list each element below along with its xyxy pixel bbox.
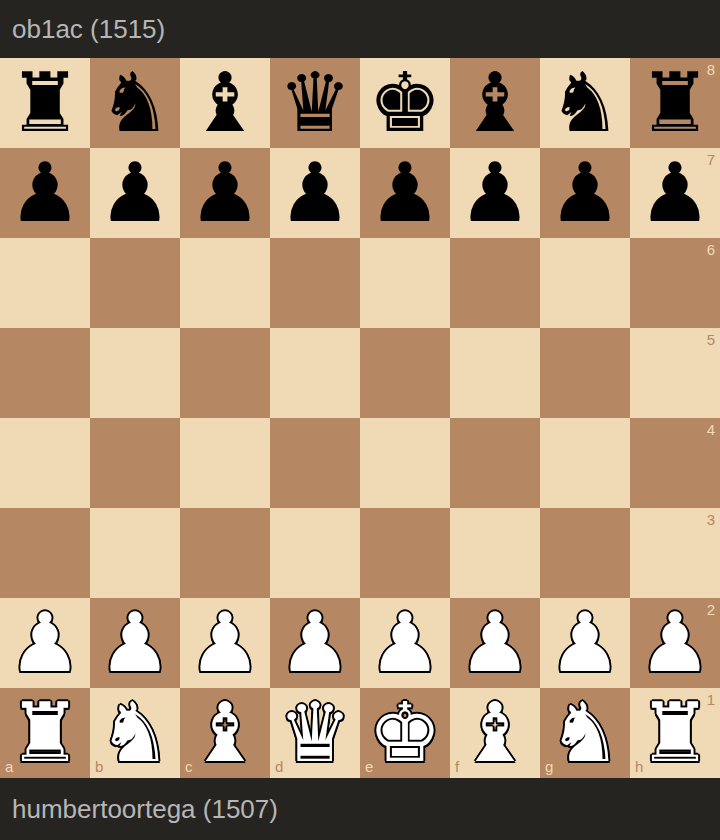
square-h2[interactable]: ♟2 (630, 598, 720, 688)
white-rook-h1[interactable]: ♜ (630, 688, 720, 778)
square-b7[interactable]: ♟ (90, 148, 180, 238)
square-c5[interactable] (180, 328, 270, 418)
square-e8[interactable]: ♚ (360, 58, 450, 148)
player-top-label[interactable]: ob1ac (1515) (12, 14, 165, 45)
square-c2[interactable]: ♟ (180, 598, 270, 688)
black-pawn-g7[interactable]: ♟ (540, 148, 630, 238)
square-f3[interactable] (450, 508, 540, 598)
square-f1[interactable]: ♝f (450, 688, 540, 778)
square-e5[interactable] (360, 328, 450, 418)
square-h6[interactable]: 6 (630, 238, 720, 328)
coord-rank-5: 5 (707, 332, 715, 347)
black-knight-g8[interactable]: ♞ (540, 58, 630, 148)
square-e4[interactable] (360, 418, 450, 508)
square-f4[interactable] (450, 418, 540, 508)
square-g1[interactable]: ♞g (540, 688, 630, 778)
square-g8[interactable]: ♞ (540, 58, 630, 148)
square-h5[interactable]: 5 (630, 328, 720, 418)
black-pawn-h7[interactable]: ♟ (630, 148, 720, 238)
black-pawn-e7[interactable]: ♟ (360, 148, 450, 238)
square-d7[interactable]: ♟ (270, 148, 360, 238)
square-d3[interactable] (270, 508, 360, 598)
black-queen-d8[interactable]: ♛ (270, 58, 360, 148)
square-c4[interactable] (180, 418, 270, 508)
square-f6[interactable] (450, 238, 540, 328)
square-a5[interactable] (0, 328, 90, 418)
square-b4[interactable] (90, 418, 180, 508)
white-pawn-d2[interactable]: ♟ (270, 598, 360, 688)
square-a1[interactable]: ♜a (0, 688, 90, 778)
coord-rank-4: 4 (707, 422, 715, 437)
player-bottom-bar: humbertoortega (1507) (0, 778, 720, 840)
white-pawn-a2[interactable]: ♟ (0, 598, 90, 688)
square-c8[interactable]: ♝ (180, 58, 270, 148)
coord-rank-3: 3 (707, 512, 715, 527)
white-queen-d1[interactable]: ♛ (270, 688, 360, 778)
square-d8[interactable]: ♛ (270, 58, 360, 148)
square-d4[interactable] (270, 418, 360, 508)
square-g6[interactable] (540, 238, 630, 328)
square-a7[interactable]: ♟ (0, 148, 90, 238)
square-f7[interactable]: ♟ (450, 148, 540, 238)
square-e2[interactable]: ♟ (360, 598, 450, 688)
square-g4[interactable] (540, 418, 630, 508)
black-rook-a8[interactable]: ♜ (0, 58, 90, 148)
square-a6[interactable] (0, 238, 90, 328)
white-pawn-b2[interactable]: ♟ (90, 598, 180, 688)
white-pawn-f2[interactable]: ♟ (450, 598, 540, 688)
black-bishop-c8[interactable]: ♝ (180, 58, 270, 148)
square-c7[interactable]: ♟ (180, 148, 270, 238)
square-d6[interactable] (270, 238, 360, 328)
square-f8[interactable]: ♝ (450, 58, 540, 148)
square-e7[interactable]: ♟ (360, 148, 450, 238)
square-b3[interactable] (90, 508, 180, 598)
square-g3[interactable] (540, 508, 630, 598)
white-pawn-e2[interactable]: ♟ (360, 598, 450, 688)
white-pawn-h2[interactable]: ♟ (630, 598, 720, 688)
square-g7[interactable]: ♟ (540, 148, 630, 238)
square-c6[interactable] (180, 238, 270, 328)
square-a3[interactable] (0, 508, 90, 598)
black-rook-h8[interactable]: ♜ (630, 58, 720, 148)
square-h1[interactable]: ♜1h (630, 688, 720, 778)
white-knight-g1[interactable]: ♞ (540, 688, 630, 778)
square-a4[interactable] (0, 418, 90, 508)
square-h8[interactable]: ♜8 (630, 58, 720, 148)
square-b2[interactable]: ♟ (90, 598, 180, 688)
square-b6[interactable] (90, 238, 180, 328)
player-bottom-label[interactable]: humbertoortega (1507) (12, 794, 278, 825)
white-bishop-f1[interactable]: ♝ (450, 688, 540, 778)
white-pawn-g2[interactable]: ♟ (540, 598, 630, 688)
white-pawn-c2[interactable]: ♟ (180, 598, 270, 688)
square-f2[interactable]: ♟ (450, 598, 540, 688)
square-h7[interactable]: ♟7 (630, 148, 720, 238)
square-f5[interactable] (450, 328, 540, 418)
black-pawn-a7[interactable]: ♟ (0, 148, 90, 238)
white-rook-a1[interactable]: ♜ (0, 688, 90, 778)
white-king-e1[interactable]: ♚ (360, 688, 450, 778)
square-a2[interactable]: ♟ (0, 598, 90, 688)
square-h3[interactable]: 3 (630, 508, 720, 598)
square-h4[interactable]: 4 (630, 418, 720, 508)
square-e1[interactable]: ♚e (360, 688, 450, 778)
black-pawn-c7[interactable]: ♟ (180, 148, 270, 238)
black-pawn-b7[interactable]: ♟ (90, 148, 180, 238)
square-d1[interactable]: ♛d (270, 688, 360, 778)
black-bishop-f8[interactable]: ♝ (450, 58, 540, 148)
square-a8[interactable]: ♜ (0, 58, 90, 148)
square-b1[interactable]: ♞b (90, 688, 180, 778)
black-pawn-d7[interactable]: ♟ (270, 148, 360, 238)
player-top-bar: ob1ac (1515) (0, 0, 720, 58)
square-g2[interactable]: ♟ (540, 598, 630, 688)
square-b5[interactable] (90, 328, 180, 418)
square-g5[interactable] (540, 328, 630, 418)
coord-rank-6: 6 (707, 242, 715, 257)
square-c3[interactable] (180, 508, 270, 598)
square-d2[interactable]: ♟ (270, 598, 360, 688)
square-e3[interactable] (360, 508, 450, 598)
white-knight-b1[interactable]: ♞ (90, 688, 180, 778)
black-king-e8[interactable]: ♚ (360, 58, 450, 148)
square-b8[interactable]: ♞ (90, 58, 180, 148)
white-bishop-c1[interactable]: ♝ (180, 688, 270, 778)
square-e6[interactable] (360, 238, 450, 328)
square-d5[interactable] (270, 328, 360, 418)
square-c1[interactable]: ♝c (180, 688, 270, 778)
chess-board: ♜♞♝♛♚♝♞♜8♟♟♟♟♟♟♟♟76543♟♟♟♟♟♟♟♟2♜a♞b♝c♛d♚… (0, 58, 720, 778)
black-knight-b8[interactable]: ♞ (90, 58, 180, 148)
app: ob1ac (1515) ♜♞♝♛♚♝♞♜8♟♟♟♟♟♟♟♟76543♟♟♟♟♟… (0, 0, 720, 840)
black-pawn-f7[interactable]: ♟ (450, 148, 540, 238)
